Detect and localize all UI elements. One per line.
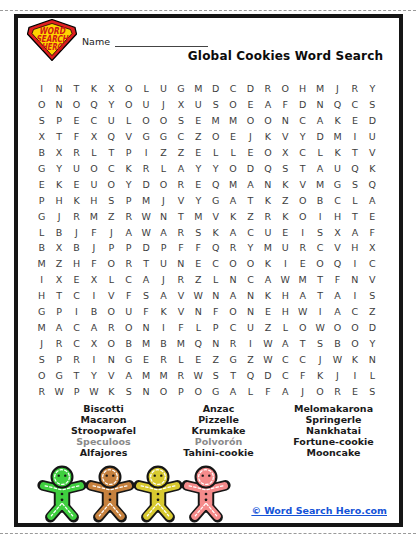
grid-cell: U <box>155 81 172 97</box>
grid-cell: K <box>259 192 276 208</box>
grid-cell: Z <box>277 192 294 208</box>
grid-cell: O <box>120 81 137 97</box>
grid-cell: K <box>259 256 276 272</box>
grid-cell: O <box>137 113 154 129</box>
grid-cell: L <box>137 81 154 97</box>
grid-cell: O <box>242 113 259 129</box>
grid-cell: C <box>103 160 120 176</box>
grid-cell: U <box>68 160 85 176</box>
grid-cell: Q <box>242 367 259 383</box>
grid-cell: M <box>224 113 241 129</box>
grid-cell: E <box>364 208 381 224</box>
grid-cell: A <box>85 319 102 335</box>
grid-cell: E <box>242 145 259 161</box>
grid-cell: I <box>277 256 294 272</box>
grid-cell: T <box>224 367 241 383</box>
grid-cell: X <box>103 81 120 97</box>
grid-cell: S <box>207 367 224 383</box>
grid-cell: K <box>50 176 67 192</box>
grid-cell: L <box>346 192 363 208</box>
grid-cell: Z <box>50 256 67 272</box>
grid-cell: O <box>277 81 294 97</box>
grid-cell: R <box>155 351 172 367</box>
grid-cell: I <box>346 367 363 383</box>
grid-cell: F <box>277 97 294 113</box>
grid-cell: S <box>346 176 363 192</box>
grid-cell: C <box>329 192 346 208</box>
grid-cell: U <box>259 224 276 240</box>
grid-cell: L <box>364 367 381 383</box>
grid-cell: Y <box>120 176 137 192</box>
grid-cell: N <box>137 383 154 399</box>
grid-cell: Q <box>103 129 120 145</box>
logo-text-hero: HERO <box>42 41 64 52</box>
grid-cell: Z <box>172 145 189 161</box>
name-blank-line <box>115 35 208 47</box>
grid-cell: L <box>33 224 50 240</box>
grid-cell: M <box>311 81 328 97</box>
grid-cell: W <box>277 272 294 288</box>
grid-cell: T <box>311 288 328 304</box>
grid-cell: E <box>68 272 85 288</box>
grid-cell: A <box>364 192 381 208</box>
grid-cell: Z <box>364 304 381 320</box>
grid-cell: Z <box>103 208 120 224</box>
grid-cell: M <box>33 256 50 272</box>
grid-cell: E <box>33 176 50 192</box>
grid-cell: T <box>68 367 85 383</box>
grid-cell: V <box>294 176 311 192</box>
grid-cell: S <box>33 113 50 129</box>
grid-cell: J <box>85 240 102 256</box>
grid-cell: B <box>311 192 328 208</box>
grid-cell: E <box>190 351 207 367</box>
grid-cell: K <box>68 192 85 208</box>
grid-cell: V <box>364 272 381 288</box>
grid-cell: Q <box>329 97 346 113</box>
grid-cell: S <box>33 351 50 367</box>
grid-cell: L <box>190 319 207 335</box>
name-label: Name <box>82 36 110 47</box>
grid-cell: H <box>85 192 102 208</box>
grid-cell: E <box>190 145 207 161</box>
grid-cell: Z <box>242 351 259 367</box>
grid-cell: J <box>294 383 311 399</box>
grid-cell: W <box>190 367 207 383</box>
grid-cell: W <box>329 351 346 367</box>
grid-cell: X <box>329 224 346 240</box>
grid-cell: T <box>103 145 120 161</box>
grid-cell: K <box>103 383 120 399</box>
grid-cell: L <box>311 145 328 161</box>
grid-cell: G <box>137 129 154 145</box>
grid-cell: A <box>155 288 172 304</box>
grid-cell: X <box>50 145 67 161</box>
grid-cell: C <box>68 288 85 304</box>
grid-cell: O <box>120 97 137 113</box>
grid-cell: S <box>190 224 207 240</box>
grid-cell: P <box>50 351 67 367</box>
grid-cell: M <box>33 319 50 335</box>
grid-cell: R <box>172 272 189 288</box>
word-list: BiscottiMacaronStroopwafelSpeculoosAlfaj… <box>46 403 391 458</box>
grid-cell: E <box>277 224 294 240</box>
grid-cell: L <box>207 145 224 161</box>
grid-cell: O <box>85 160 102 176</box>
grid-cell: Q <box>346 160 363 176</box>
grid-cell: M <box>190 81 207 97</box>
grid-cell: G <box>33 304 50 320</box>
grid-cell: U <box>277 240 294 256</box>
grid-cell: I <box>85 288 102 304</box>
grid-cell: F <box>329 272 346 288</box>
grid-cell: N <box>50 81 67 97</box>
grid-cell: L <box>120 113 137 129</box>
grid-cell: L <box>207 272 224 288</box>
grid-cell: L <box>103 272 120 288</box>
grid-cell: H <box>329 208 346 224</box>
word-item: Alfajores <box>46 447 161 458</box>
grid-cell: O <box>294 319 311 335</box>
grid-cell: Z <box>190 129 207 145</box>
grid-cell: R <box>224 240 241 256</box>
grid-cell: W <box>50 383 67 399</box>
grid-cell: R <box>346 81 363 97</box>
grid-cell: J <box>155 97 172 113</box>
grid-cell: R <box>120 256 137 272</box>
grid-cell: K <box>311 367 328 383</box>
grid-cell: G <box>207 192 224 208</box>
grid-cell: S <box>103 192 120 208</box>
name-row: Name <box>82 35 208 47</box>
word-item: Biscotti <box>46 403 161 414</box>
grid-cell: P <box>120 145 137 161</box>
grid-cell: S <box>364 383 381 399</box>
grid-cell: Q <box>85 97 102 113</box>
grid-cell: U <box>364 129 381 145</box>
grid-cell: A <box>259 272 276 288</box>
gingerbread-man-icon <box>84 465 136 523</box>
grid-cell: S <box>311 335 328 351</box>
grid-cell: D <box>364 319 381 335</box>
grid-cell: L <box>224 145 241 161</box>
grid-cell: N <box>224 272 241 288</box>
grid-cell: R <box>329 383 346 399</box>
grid-cell: E <box>190 176 207 192</box>
grid-cell: D <box>137 176 154 192</box>
grid-cell: Q <box>364 176 381 192</box>
grid-cell: Q <box>190 335 207 351</box>
grid-cell: X <box>277 145 294 161</box>
grid-cell: T <box>50 288 67 304</box>
grid-cell: U <box>190 97 207 113</box>
grid-cell: S <box>311 224 328 240</box>
grid-cell: H <box>277 304 294 320</box>
grid-cell: S <box>364 288 381 304</box>
word-item: Springerle <box>276 414 391 425</box>
grid-cell: O <box>294 208 311 224</box>
grid-cell: K <box>120 160 137 176</box>
grid-cell: T <box>68 81 85 97</box>
word-item: Melomakarona <box>276 403 391 414</box>
grid-cell: B <box>68 240 85 256</box>
grid-cell: U <box>137 97 154 113</box>
grid-cell: R <box>137 160 154 176</box>
grid-cell: U <box>120 304 137 320</box>
grid-cell: C <box>120 272 137 288</box>
grid-cell: X <box>50 272 67 288</box>
gingerbread-row <box>36 465 228 523</box>
grid-cell: T <box>311 272 328 288</box>
grid-cell: C <box>224 81 241 97</box>
grid-cell: Q <box>207 240 224 256</box>
grid-cell: B <box>329 335 346 351</box>
grid-cell: S <box>207 97 224 113</box>
grid-cell: A <box>120 367 137 383</box>
grid-cell: C <box>294 351 311 367</box>
grid-cell: T <box>172 208 189 224</box>
grid-cell: N <box>103 351 120 367</box>
grid-cell: T <box>346 145 363 161</box>
grid-cell: V <box>103 367 120 383</box>
grid-cell: O <box>224 97 241 113</box>
grid-cell: N <box>172 256 189 272</box>
grid-cell: E <box>68 176 85 192</box>
grid-cell: G <box>224 351 241 367</box>
grid-cell: A <box>329 288 346 304</box>
word-item: Tahini-cookie <box>161 447 276 458</box>
grid-cell: I <box>155 319 172 335</box>
grid-cell: C <box>294 113 311 129</box>
grid-cell: A <box>137 272 154 288</box>
grid-cell: R <box>68 145 85 161</box>
grid-cell: W <box>294 304 311 320</box>
grid-cell: I <box>346 129 363 145</box>
grid-cell: N <box>190 304 207 320</box>
word-column: BiscottiMacaronStroopwafelSpeculoosAlfaj… <box>46 403 161 458</box>
grid-cell: F <box>207 304 224 320</box>
grid-cell: I <box>294 224 311 240</box>
grid-cell: O <box>242 256 259 272</box>
grid-cell: E <box>346 383 363 399</box>
grid-cell: Z <box>207 351 224 367</box>
grid-cell: C <box>242 272 259 288</box>
grid-cell: O <box>311 256 328 272</box>
grid-cell: O <box>33 367 50 383</box>
grid-cell: M <box>294 272 311 288</box>
grid-cell: F <box>85 224 102 240</box>
grid-cell: N <box>137 319 154 335</box>
grid-cell: C <box>172 129 189 145</box>
grid-cell: G <box>33 160 50 176</box>
grid-cell: E <box>190 256 207 272</box>
grid-cell: R <box>259 81 276 97</box>
grid-cell: G <box>207 383 224 399</box>
grid-cell: R <box>172 224 189 240</box>
word-column: MelomakaronaSpringerleNankhataiFortune-c… <box>276 403 391 458</box>
grid-cell: O <box>259 145 276 161</box>
letter-grid: INTKXOLUGMDCDROHMJRYONOQYOUJXUSOEAFDNQCS… <box>33 81 381 399</box>
grid-cell: O <box>346 335 363 351</box>
grid-cell: R <box>103 319 120 335</box>
grid-cell: O <box>329 319 346 335</box>
grid-cell: U <box>103 113 120 129</box>
gingerbread-man-icon <box>180 465 232 523</box>
grid-cell: T <box>294 335 311 351</box>
grid-cell: B <box>33 240 50 256</box>
grid-cell: F <box>172 240 189 256</box>
grid-cell: O <box>294 192 311 208</box>
grid-cell: S <box>120 383 137 399</box>
grid-cell: N <box>242 288 259 304</box>
grid-cell: C <box>364 256 381 272</box>
grid-cell: D <box>137 240 154 256</box>
copyright-link[interactable]: © Word Search Hero.com <box>251 505 387 516</box>
grid-cell: C <box>207 256 224 272</box>
grid-cell: M <box>172 335 189 351</box>
grid-cell: N <box>259 176 276 192</box>
word-item: Speculoos <box>46 436 161 447</box>
grid-cell: Y <box>190 160 207 176</box>
grid-cell: D <box>207 81 224 97</box>
grid-cell: K <box>364 160 381 176</box>
grid-cell: A <box>224 288 241 304</box>
grid-cell: Y <box>190 192 207 208</box>
grid-cell: R <box>120 208 137 224</box>
grid-cell: X <box>85 129 102 145</box>
grid-cell: V <box>329 240 346 256</box>
grid-cell: A <box>311 160 328 176</box>
grid-cell: I <box>311 208 328 224</box>
grid-cell: M <box>311 176 328 192</box>
grid-cell: V <box>277 129 294 145</box>
grid-cell: P <box>68 383 85 399</box>
grid-cell: O <box>120 319 137 335</box>
grid-cell: C <box>311 240 328 256</box>
grid-cell: Q <box>259 160 276 176</box>
grid-cell: X <box>85 335 102 351</box>
word-item: Fortune-cookie <box>276 436 391 447</box>
grid-cell: H <box>33 288 50 304</box>
grid-cell: S <box>364 97 381 113</box>
grid-cell: D <box>311 129 328 145</box>
grid-cell: Z <box>259 319 276 335</box>
grid-cell: A <box>120 224 137 240</box>
grid-cell: W <box>190 288 207 304</box>
grid-cell: M <box>259 240 276 256</box>
grid-cell: K <box>329 113 346 129</box>
grid-cell: N <box>277 113 294 129</box>
grid-cell: A <box>224 383 241 399</box>
grid-cell: W <box>259 351 276 367</box>
grid-cell: H <box>294 81 311 97</box>
grid-cell: L <box>155 160 172 176</box>
grid-cell: J <box>50 208 67 224</box>
grid-cell: N <box>155 208 172 224</box>
grid-cell: L <box>242 383 259 399</box>
grid-cell: R <box>50 335 67 351</box>
grid-cell: O <box>190 383 207 399</box>
grid-cell: M <box>137 335 154 351</box>
grid-cell: R <box>224 335 241 351</box>
grid-cell: E <box>242 97 259 113</box>
word-search-hero-logo: WORD SEARCH HERO <box>27 19 77 61</box>
grid-cell: O <box>155 383 172 399</box>
grid-cell: A <box>242 176 259 192</box>
grid-cell: F <box>172 319 189 335</box>
grid-cell: E <box>190 113 207 129</box>
grid-cell: R <box>33 383 50 399</box>
grid-cell: R <box>294 240 311 256</box>
grid-cell: B <box>33 145 50 161</box>
grid-cell: L <box>277 319 294 335</box>
grid-cell: U <box>85 176 102 192</box>
grid-cell: A <box>155 224 172 240</box>
word-column: AnzacPizzelleKrumkakePolvorónTahini-cook… <box>161 403 276 458</box>
grid-cell: N <box>207 335 224 351</box>
grid-cell: E <box>346 113 363 129</box>
grid-cell: P <box>172 383 189 399</box>
grid-cell: P <box>50 113 67 129</box>
grid-cell: I <box>85 351 102 367</box>
grid-cell: V <box>207 208 224 224</box>
word-item: Macaron <box>46 414 161 425</box>
grid-cell: A <box>259 97 276 113</box>
grid-cell: X <box>364 240 381 256</box>
grid-cell: A <box>329 304 346 320</box>
grid-cell: M <box>85 208 102 224</box>
grid-cell: J <box>329 367 346 383</box>
grid-cell: V <box>172 192 189 208</box>
grid-cell: A <box>277 335 294 351</box>
grid-cell: F <box>120 288 137 304</box>
grid-cell: K <box>277 176 294 192</box>
grid-cell: Z <box>190 272 207 288</box>
grid-cell: C <box>346 97 363 113</box>
grid-cell: M <box>329 129 346 145</box>
grid-cell: W <box>311 319 328 335</box>
grid-cell: B <box>50 224 67 240</box>
grid-cell: G <box>329 176 346 192</box>
gingerbread-man-icon <box>132 465 184 523</box>
grid-cell: N <box>364 351 381 367</box>
grid-cell: N <box>311 97 328 113</box>
grid-cell: G <box>172 81 189 97</box>
grid-cell: O <box>103 256 120 272</box>
grid-cell: Z <box>155 145 172 161</box>
grid-cell: L <box>172 351 189 367</box>
grid-cell: I <box>311 304 328 320</box>
grid-cell: K <box>346 351 363 367</box>
grid-cell: E <box>137 351 154 367</box>
grid-cell: E <box>294 256 311 272</box>
grid-cell: F <box>137 304 154 320</box>
grid-cell: Y <box>85 367 102 383</box>
grid-cell: H <box>68 256 85 272</box>
grid-cell: H <box>50 192 67 208</box>
grid-cell: K <box>155 304 172 320</box>
grid-cell: F <box>294 367 311 383</box>
grid-cell: Y <box>242 240 259 256</box>
grid-cell: F <box>364 224 381 240</box>
grid-cell: G <box>33 208 50 224</box>
grid-cell: M <box>207 113 224 129</box>
grid-cell: F <box>85 256 102 272</box>
grid-cell: W <box>137 208 154 224</box>
grid-cell: K <box>224 208 241 224</box>
word-item: Anzac <box>161 403 276 414</box>
grid-cell: T <box>346 208 363 224</box>
